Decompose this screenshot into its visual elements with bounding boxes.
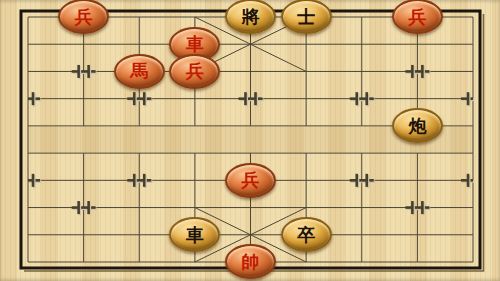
board-point[interactable] (111, 221, 167, 248)
board-point[interactable] (334, 85, 390, 112)
board-point[interactable] (390, 31, 446, 58)
board-point[interactable]: 士 (278, 3, 334, 30)
piece-black-chariot[interactable]: 車 (169, 217, 220, 252)
board-point[interactable] (0, 31, 56, 58)
xiangqi-board: 兵將士兵車馬兵炮兵車卒帥 (0, 0, 500, 281)
board-grid: 兵將士兵車馬兵炮兵車卒帥 (0, 3, 500, 275)
board-point[interactable] (334, 112, 390, 139)
board-point[interactable] (0, 112, 56, 139)
board-point[interactable] (278, 248, 334, 275)
board-point[interactable] (334, 248, 390, 275)
board-point[interactable] (390, 139, 446, 166)
board-point[interactable] (445, 58, 500, 85)
board-point[interactable] (56, 31, 112, 58)
board-point[interactable] (445, 194, 500, 221)
board-point[interactable] (445, 31, 500, 58)
board-point[interactable] (390, 167, 446, 194)
board-point[interactable] (167, 85, 223, 112)
piece-black-general[interactable]: 將 (225, 0, 276, 34)
board-point[interactable]: 兵 (167, 58, 223, 85)
board-point[interactable]: 兵 (390, 3, 446, 30)
board-point[interactable] (445, 112, 500, 139)
board-point[interactable]: 卒 (278, 221, 334, 248)
board-point[interactable] (56, 139, 112, 166)
piece-red-soldier[interactable]: 兵 (169, 54, 220, 89)
piece-red-soldier[interactable]: 兵 (225, 163, 276, 198)
board-point[interactable] (167, 248, 223, 275)
piece-red-soldier[interactable]: 兵 (392, 0, 443, 34)
board-point[interactable] (278, 112, 334, 139)
board-point[interactable] (0, 139, 56, 166)
board-point[interactable] (223, 31, 279, 58)
board-point[interactable] (223, 112, 279, 139)
board-point[interactable] (334, 31, 390, 58)
board-point[interactable] (111, 194, 167, 221)
board-point[interactable] (390, 248, 446, 275)
board-point[interactable] (0, 3, 56, 30)
board-point[interactable] (56, 221, 112, 248)
board-point[interactable] (0, 58, 56, 85)
board-point[interactable]: 馬 (111, 58, 167, 85)
board-point[interactable]: 帥 (223, 248, 279, 275)
board-point[interactable] (223, 194, 279, 221)
board-point[interactable] (0, 194, 56, 221)
board-point[interactable] (334, 221, 390, 248)
board-point[interactable] (111, 112, 167, 139)
board-point[interactable] (111, 85, 167, 112)
board-point[interactable] (390, 194, 446, 221)
board-point[interactable]: 炮 (390, 112, 446, 139)
board-point[interactable] (56, 167, 112, 194)
piece-red-general[interactable]: 帥 (225, 244, 276, 279)
board-point[interactable] (334, 3, 390, 30)
board-point[interactable] (445, 139, 500, 166)
piece-black-cannon[interactable]: 炮 (392, 108, 443, 143)
board-point[interactable]: 車 (167, 221, 223, 248)
board-point[interactable] (111, 139, 167, 166)
board-point[interactable] (445, 85, 500, 112)
board-point[interactable] (56, 248, 112, 275)
board-point[interactable] (56, 58, 112, 85)
board-point[interactable] (278, 139, 334, 166)
piece-red-soldier[interactable]: 兵 (58, 0, 109, 34)
piece-black-soldier[interactable]: 卒 (281, 217, 332, 252)
board-point[interactable] (445, 167, 500, 194)
board-point[interactable] (56, 194, 112, 221)
board-point[interactable] (390, 221, 446, 248)
board-point[interactable] (111, 3, 167, 30)
piece-red-horse[interactable]: 馬 (114, 54, 165, 89)
board-point[interactable] (334, 167, 390, 194)
piece-black-advisor[interactable]: 士 (281, 0, 332, 34)
board-point[interactable] (390, 58, 446, 85)
board-point[interactable] (278, 167, 334, 194)
board-point[interactable] (334, 58, 390, 85)
board-point[interactable] (334, 139, 390, 166)
board-point[interactable] (278, 85, 334, 112)
board-point[interactable] (0, 221, 56, 248)
board-point[interactable]: 將 (223, 3, 279, 30)
board-point[interactable] (278, 58, 334, 85)
board-point[interactable]: 兵 (56, 3, 112, 30)
board-point[interactable] (56, 112, 112, 139)
board-point[interactable] (0, 248, 56, 275)
board-point[interactable] (223, 85, 279, 112)
board-point[interactable] (334, 194, 390, 221)
board-point[interactable] (167, 112, 223, 139)
board-point[interactable] (167, 167, 223, 194)
board-point[interactable] (111, 248, 167, 275)
board-point[interactable] (0, 167, 56, 194)
board-point[interactable] (445, 3, 500, 30)
board-point[interactable] (56, 85, 112, 112)
board-point[interactable] (278, 31, 334, 58)
board-point[interactable] (167, 139, 223, 166)
board-point[interactable]: 兵 (223, 167, 279, 194)
board-point[interactable] (111, 167, 167, 194)
board-point[interactable] (0, 85, 56, 112)
board-point[interactable] (445, 248, 500, 275)
board-point[interactable] (223, 58, 279, 85)
board-point[interactable] (445, 221, 500, 248)
